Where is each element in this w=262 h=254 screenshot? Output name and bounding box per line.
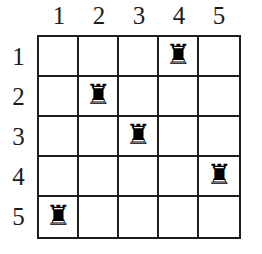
cell-r1c4[interactable]: ♜ — [159, 37, 199, 77]
cell-r1c2[interactable] — [79, 37, 119, 77]
cell-r4c1[interactable] — [39, 157, 79, 197]
cell-r2c2[interactable]: ♜ — [79, 77, 119, 117]
row-label-4: 4 — [0, 157, 37, 197]
black-rook-icon: ♜ — [85, 81, 110, 109]
cell-r3c5[interactable] — [199, 117, 239, 157]
cell-r5c5[interactable] — [199, 197, 239, 237]
column-labels: 12345 — [39, 0, 239, 35]
col-label-2: 2 — [79, 0, 119, 35]
cell-r3c4[interactable] — [159, 117, 199, 157]
cell-r2c5[interactable] — [199, 77, 239, 117]
cell-r1c5[interactable] — [199, 37, 239, 77]
cell-r5c3[interactable] — [119, 197, 159, 237]
row-label-3: 3 — [0, 117, 37, 157]
cell-r3c1[interactable] — [39, 117, 79, 157]
black-rook-icon: ♜ — [165, 41, 190, 69]
col-label-4: 4 — [159, 0, 199, 35]
cell-r3c3[interactable]: ♜ — [119, 117, 159, 157]
row-label-1: 1 — [0, 37, 37, 77]
cell-r2c3[interactable] — [119, 77, 159, 117]
cell-r4c4[interactable] — [159, 157, 199, 197]
cell-r2c4[interactable] — [159, 77, 199, 117]
cell-r5c2[interactable] — [79, 197, 119, 237]
cell-r4c2[interactable] — [79, 157, 119, 197]
col-label-1: 1 — [39, 0, 79, 35]
row-label-5: 5 — [0, 197, 37, 237]
cell-r1c1[interactable] — [39, 37, 79, 77]
cell-r4c5[interactable]: ♜ — [199, 157, 239, 197]
cell-r5c4[interactable] — [159, 197, 199, 237]
black-rook-icon: ♜ — [45, 202, 70, 230]
col-label-3: 3 — [119, 0, 159, 35]
black-rook-icon: ♜ — [206, 161, 231, 189]
puzzle-board: ♜♜♜♜♜ — [37, 35, 241, 239]
cell-r4c3[interactable] — [119, 157, 159, 197]
cell-r5c1[interactable]: ♜ — [39, 197, 79, 237]
row-label-2: 2 — [0, 77, 37, 117]
cell-r2c1[interactable] — [39, 77, 79, 117]
col-label-5: 5 — [199, 0, 239, 35]
black-rook-icon: ♜ — [125, 121, 150, 149]
row-labels: 12345 — [0, 37, 37, 237]
cell-r3c2[interactable] — [79, 117, 119, 157]
rooks-puzzle-diagram: 12345 12345 ♜♜♜♜♜ — [0, 0, 262, 254]
cell-r1c3[interactable] — [119, 37, 159, 77]
